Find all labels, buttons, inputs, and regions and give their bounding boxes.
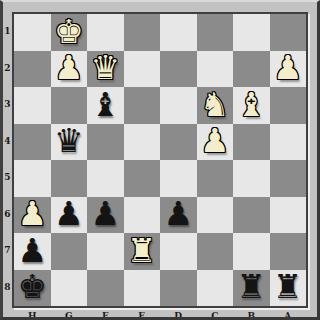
square-d3[interactable]: [160, 87, 197, 124]
square-d4[interactable]: [160, 124, 197, 161]
piece-white-bishop[interactable]: ♝: [236, 88, 266, 121]
file-label-a: A: [270, 311, 307, 320]
piece-black-pawn[interactable]: ♟: [90, 197, 120, 230]
square-b1[interactable]: [233, 14, 270, 51]
square-d5[interactable]: [160, 160, 197, 197]
square-b2[interactable]: [233, 51, 270, 88]
square-d8[interactable]: [160, 270, 197, 307]
piece-white-pawn[interactable]: ♟: [17, 197, 47, 230]
piece-white-pawn[interactable]: ♟: [54, 51, 84, 84]
square-a7[interactable]: [270, 233, 307, 270]
rank-label-2: 2: [3, 63, 12, 73]
piece-white-knight[interactable]: ♞: [200, 88, 230, 121]
square-f4[interactable]: [87, 124, 124, 161]
square-g3[interactable]: [51, 87, 88, 124]
square-c5[interactable]: [197, 160, 234, 197]
square-a8[interactable]: ♜: [270, 270, 307, 307]
square-e6[interactable]: [124, 197, 161, 234]
piece-black-rook[interactable]: ♜: [273, 270, 303, 303]
file-label-f: F: [87, 311, 124, 320]
square-e8[interactable]: [124, 270, 161, 307]
rank-label-3: 3: [3, 99, 12, 109]
square-a2[interactable]: ♟: [270, 51, 307, 88]
square-f5[interactable]: [87, 160, 124, 197]
square-g7[interactable]: [51, 233, 88, 270]
rank-label-6: 6: [3, 209, 12, 219]
square-b3[interactable]: ♝: [233, 87, 270, 124]
square-h8[interactable]: ♚: [14, 270, 51, 307]
piece-black-bishop[interactable]: ♝: [90, 88, 120, 121]
piece-black-pawn[interactable]: ♟: [163, 197, 193, 230]
square-b4[interactable]: [233, 124, 270, 161]
square-f6[interactable]: ♟: [87, 197, 124, 234]
square-c2[interactable]: [197, 51, 234, 88]
square-d7[interactable]: [160, 233, 197, 270]
file-label-b: B: [233, 311, 270, 320]
square-h1[interactable]: [14, 14, 51, 51]
square-d6[interactable]: ♟: [160, 197, 197, 234]
square-g2[interactable]: ♟: [51, 51, 88, 88]
square-g5[interactable]: [51, 160, 88, 197]
square-f2[interactable]: ♛: [87, 51, 124, 88]
piece-white-king[interactable]: ♚: [54, 15, 84, 48]
square-c4[interactable]: ♟: [197, 124, 234, 161]
square-g1[interactable]: ♚: [51, 14, 88, 51]
square-d2[interactable]: [160, 51, 197, 88]
square-a5[interactable]: [270, 160, 307, 197]
square-f8[interactable]: [87, 270, 124, 307]
rank-label-1: 1: [3, 26, 12, 36]
chess-board-frame: ♚♟♛♟♝♞♝♛♟♟♟♟♟♟♜♚♜♜ 12345678HGFEDCBA: [0, 0, 320, 320]
square-h6[interactable]: ♟: [14, 197, 51, 234]
square-e1[interactable]: [124, 14, 161, 51]
square-h2[interactable]: [14, 51, 51, 88]
square-g4[interactable]: ♛: [51, 124, 88, 161]
square-d1[interactable]: [160, 14, 197, 51]
square-e2[interactable]: [124, 51, 161, 88]
piece-black-pawn[interactable]: ♟: [17, 234, 47, 267]
piece-white-pawn[interactable]: ♟: [200, 124, 230, 157]
piece-white-queen[interactable]: ♛: [90, 51, 120, 84]
file-label-e: E: [124, 311, 161, 320]
square-b6[interactable]: [233, 197, 270, 234]
square-h7[interactable]: ♟: [14, 233, 51, 270]
square-c6[interactable]: [197, 197, 234, 234]
square-f3[interactable]: ♝: [87, 87, 124, 124]
square-e5[interactable]: [124, 160, 161, 197]
square-e7[interactable]: ♜: [124, 233, 161, 270]
file-label-c: C: [197, 311, 234, 320]
rank-label-7: 7: [3, 245, 12, 255]
piece-white-rook[interactable]: ♜: [127, 234, 157, 267]
square-f1[interactable]: [87, 14, 124, 51]
square-c7[interactable]: [197, 233, 234, 270]
rank-label-8: 8: [3, 282, 12, 292]
square-g6[interactable]: ♟: [51, 197, 88, 234]
rank-label-4: 4: [3, 136, 12, 146]
chess-board: ♚♟♛♟♝♞♝♛♟♟♟♟♟♟♜♚♜♜: [12, 12, 308, 308]
square-g8[interactable]: [51, 270, 88, 307]
square-e4[interactable]: [124, 124, 161, 161]
square-h4[interactable]: [14, 124, 51, 161]
square-a3[interactable]: [270, 87, 307, 124]
piece-black-pawn[interactable]: ♟: [54, 197, 84, 230]
square-c1[interactable]: [197, 14, 234, 51]
square-c8[interactable]: [197, 270, 234, 307]
square-a1[interactable]: [270, 14, 307, 51]
square-e3[interactable]: [124, 87, 161, 124]
square-b7[interactable]: [233, 233, 270, 270]
square-h3[interactable]: [14, 87, 51, 124]
piece-black-king[interactable]: ♚: [17, 270, 47, 303]
piece-white-pawn[interactable]: ♟: [273, 51, 303, 84]
piece-black-rook[interactable]: ♜: [236, 270, 266, 303]
file-label-h: H: [14, 311, 51, 320]
square-b8[interactable]: ♜: [233, 270, 270, 307]
square-a6[interactable]: [270, 197, 307, 234]
square-f7[interactable]: [87, 233, 124, 270]
square-b5[interactable]: [233, 160, 270, 197]
file-label-g: G: [51, 311, 88, 320]
square-c3[interactable]: ♞: [197, 87, 234, 124]
piece-black-queen[interactable]: ♛: [54, 124, 84, 157]
file-label-d: D: [160, 311, 197, 320]
rank-label-5: 5: [3, 172, 12, 182]
square-h5[interactable]: [14, 160, 51, 197]
square-a4[interactable]: [270, 124, 307, 161]
